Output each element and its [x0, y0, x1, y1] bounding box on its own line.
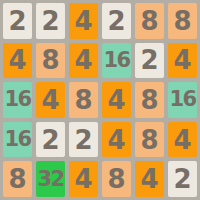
tile-r5c4: 8 — [102, 161, 131, 197]
tile-r4c2: 2 — [36, 122, 65, 158]
tile-r3c4: 4 — [102, 82, 131, 118]
tile-r5c1: 8 — [3, 161, 32, 197]
tile-r3c6: 16 — [168, 82, 197, 118]
tile-r4c4: 4 — [102, 122, 131, 158]
game-board[interactable]: 22428848416241648481616224848324842 — [0, 0, 200, 200]
tile-r1c3: 4 — [69, 3, 98, 39]
tile-r1c4: 2 — [102, 3, 131, 39]
tile-r2c3: 4 — [69, 43, 98, 79]
tile-r4c5: 8 — [135, 122, 164, 158]
tile-r4c6: 4 — [168, 122, 197, 158]
tile-r2c2: 8 — [36, 43, 65, 79]
tile-r1c5: 8 — [135, 3, 164, 39]
tile-r2c6: 4 — [168, 43, 197, 79]
tile-r5c5: 4 — [135, 161, 164, 197]
tile-r2c1: 4 — [3, 43, 32, 79]
tile-r1c6: 8 — [168, 3, 197, 39]
tile-r3c3: 8 — [69, 82, 98, 118]
tile-r2c5: 2 — [135, 43, 164, 79]
tile-r3c1: 16 — [3, 82, 32, 118]
tile-r5c6: 2 — [168, 161, 197, 197]
tile-r3c2: 4 — [36, 82, 65, 118]
tile-r1c2: 2 — [36, 3, 65, 39]
tile-r5c3: 4 — [69, 161, 98, 197]
tile-r2c4: 16 — [102, 43, 131, 79]
tile-r1c1: 2 — [3, 3, 32, 39]
tile-r4c1: 16 — [3, 122, 32, 158]
tile-r5c2: 32 — [36, 161, 65, 197]
tile-r3c5: 8 — [135, 82, 164, 118]
tile-r4c3: 2 — [69, 122, 98, 158]
